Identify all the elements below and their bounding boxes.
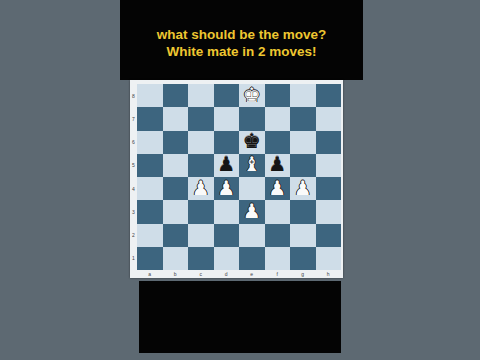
square-a1 xyxy=(137,247,163,270)
title-line-2: White mate in 2 moves! xyxy=(166,43,316,60)
square-e4 xyxy=(239,177,265,200)
square-d1 xyxy=(214,247,240,270)
square-e8: ♚ xyxy=(239,84,265,107)
rank-label-2: 2 xyxy=(130,224,137,247)
title-line-1: what should be the move? xyxy=(157,26,327,43)
square-h3 xyxy=(316,200,342,223)
square-g4: ♟ xyxy=(290,177,316,200)
square-d3 xyxy=(214,200,240,223)
video-frame: what should be the move? White mate in 2… xyxy=(0,0,480,360)
black-king: ♚ xyxy=(239,129,265,152)
rank-label-8: 8 xyxy=(130,84,137,107)
square-f4: ♟ xyxy=(265,177,291,200)
square-f3 xyxy=(265,200,291,223)
square-a2 xyxy=(137,224,163,247)
square-d6 xyxy=(214,131,240,154)
chess-board: 87654321 ♚♚♟♝♟♟♟♟♟♟ abcdefgh xyxy=(130,80,343,278)
square-d2 xyxy=(214,224,240,247)
square-h7 xyxy=(316,107,342,130)
rank-label-7: 7 xyxy=(130,107,137,130)
square-f5: ♟ xyxy=(265,154,291,177)
file-labels: abcdefgh xyxy=(137,270,341,278)
white-king: ♚ xyxy=(239,83,265,106)
square-e7 xyxy=(239,107,265,130)
square-g5 xyxy=(290,154,316,177)
title-panel: what should be the move? White mate in 2… xyxy=(120,0,363,80)
square-f8 xyxy=(265,84,291,107)
square-b5 xyxy=(163,154,189,177)
white-pawn: ♟ xyxy=(239,199,265,222)
file-label-f: f xyxy=(265,270,291,278)
square-c5 xyxy=(188,154,214,177)
square-e6: ♚ xyxy=(239,131,265,154)
square-b2 xyxy=(163,224,189,247)
file-label-c: c xyxy=(188,270,214,278)
rank-label-3: 3 xyxy=(130,200,137,223)
square-g8 xyxy=(290,84,316,107)
square-g2 xyxy=(290,224,316,247)
square-c3 xyxy=(188,200,214,223)
square-b1 xyxy=(163,247,189,270)
white-pawn: ♟ xyxy=(290,176,316,199)
square-h4 xyxy=(316,177,342,200)
rank-labels: 87654321 xyxy=(130,84,137,270)
square-a7 xyxy=(137,107,163,130)
white-pawn: ♟ xyxy=(188,176,214,199)
file-label-a: a xyxy=(137,270,163,278)
bottom-black-panel xyxy=(139,281,341,353)
square-g6 xyxy=(290,131,316,154)
white-pawn: ♟ xyxy=(214,176,240,199)
white-bishop: ♝ xyxy=(239,152,265,175)
square-f6 xyxy=(265,131,291,154)
square-h8 xyxy=(316,84,342,107)
board-grid: ♚♚♟♝♟♟♟♟♟♟ xyxy=(137,84,341,270)
right-letterbox-bar xyxy=(363,0,480,360)
file-label-d: d xyxy=(214,270,240,278)
square-f7 xyxy=(265,107,291,130)
file-label-b: b xyxy=(163,270,189,278)
square-e2 xyxy=(239,224,265,247)
square-e5: ♝ xyxy=(239,154,265,177)
square-b7 xyxy=(163,107,189,130)
square-g3 xyxy=(290,200,316,223)
rank-label-5: 5 xyxy=(130,154,137,177)
square-a8 xyxy=(137,84,163,107)
square-h6 xyxy=(316,131,342,154)
square-g7 xyxy=(290,107,316,130)
square-f2 xyxy=(265,224,291,247)
square-a5 xyxy=(137,154,163,177)
square-f1 xyxy=(265,247,291,270)
square-b8 xyxy=(163,84,189,107)
square-h5 xyxy=(316,154,342,177)
square-c6 xyxy=(188,131,214,154)
square-e3: ♟ xyxy=(239,200,265,223)
square-a3 xyxy=(137,200,163,223)
rank-label-6: 6 xyxy=(130,131,137,154)
left-letterbox-bar xyxy=(0,0,120,360)
square-d8 xyxy=(214,84,240,107)
square-b6 xyxy=(163,131,189,154)
file-label-e: e xyxy=(239,270,265,278)
file-label-h: h xyxy=(316,270,342,278)
square-d4: ♟ xyxy=(214,177,240,200)
rank-label-4: 4 xyxy=(130,177,137,200)
square-c7 xyxy=(188,107,214,130)
black-pawn: ♟ xyxy=(214,152,240,175)
square-d5: ♟ xyxy=(214,154,240,177)
white-pawn: ♟ xyxy=(265,176,291,199)
square-c8 xyxy=(188,84,214,107)
square-d7 xyxy=(214,107,240,130)
square-a6 xyxy=(137,131,163,154)
file-label-g: g xyxy=(290,270,316,278)
square-c4: ♟ xyxy=(188,177,214,200)
square-b3 xyxy=(163,200,189,223)
square-c1 xyxy=(188,247,214,270)
rank-label-1: 1 xyxy=(130,247,137,270)
square-g1 xyxy=(290,247,316,270)
square-h1 xyxy=(316,247,342,270)
square-b4 xyxy=(163,177,189,200)
square-e1 xyxy=(239,247,265,270)
black-pawn: ♟ xyxy=(265,152,291,175)
square-h2 xyxy=(316,224,342,247)
square-a4 xyxy=(137,177,163,200)
square-c2 xyxy=(188,224,214,247)
